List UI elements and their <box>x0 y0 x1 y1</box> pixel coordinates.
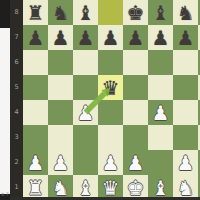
square-b5[interactable] <box>48 75 73 100</box>
square-e4[interactable] <box>123 100 148 125</box>
piece-black-pawn: ♟ <box>148 25 173 50</box>
piece-black-pawn: ♟ <box>48 25 73 50</box>
square-h5[interactable] <box>198 75 200 100</box>
evaluation-score: 4.7 <box>1 192 9 197</box>
square-f8[interactable]: ♝ <box>148 0 173 25</box>
rank-label-2: 2 <box>10 150 23 175</box>
piece-black-king: ♚ <box>123 0 148 25</box>
square-d3[interactable] <box>98 125 123 150</box>
square-f4[interactable]: ♟ <box>148 100 173 125</box>
square-c5[interactable] <box>73 75 98 100</box>
piece-white-pawn: ♟ <box>148 100 173 125</box>
square-h3[interactable] <box>198 125 200 150</box>
piece-white-pawn: ♟ <box>123 150 148 175</box>
square-d6[interactable] <box>98 50 123 75</box>
rank-label-3: 3 <box>10 125 23 150</box>
square-d2[interactable]: ♟ <box>98 150 123 175</box>
piece-black-queen: ♛ <box>98 75 123 100</box>
square-e6[interactable] <box>123 50 148 75</box>
board-grid: ♜♞♝♚♝♞♟♟♟♟♟♟♟♛♟♟♟♟♟♟♟♜♞♝♛♚♝♞ <box>23 0 200 200</box>
piece-black-bishop: ♝ <box>73 0 98 25</box>
square-d5[interactable]: ♛ <box>98 75 123 100</box>
square-h7[interactable] <box>198 25 200 50</box>
square-h4[interactable] <box>198 100 200 125</box>
piece-white-pawn: ♟ <box>98 150 123 175</box>
square-f2[interactable] <box>148 150 173 175</box>
piece-black-pawn: ♟ <box>173 25 198 50</box>
square-g4[interactable] <box>173 100 198 125</box>
evaluation-bar-white-portion <box>0 28 10 194</box>
square-a5[interactable] <box>23 75 48 100</box>
square-e3[interactable] <box>123 125 148 150</box>
piece-white-pawn: ♟ <box>73 100 98 125</box>
square-d4[interactable] <box>98 100 123 125</box>
square-c7[interactable]: ♟ <box>73 25 98 50</box>
piece-black-pawn: ♟ <box>73 25 98 50</box>
square-e8[interactable]: ♚ <box>123 0 148 25</box>
square-b6[interactable] <box>48 50 73 75</box>
square-h6[interactable] <box>198 50 200 75</box>
square-c2[interactable] <box>73 150 98 175</box>
square-b4[interactable] <box>48 100 73 125</box>
square-b3[interactable] <box>48 125 73 150</box>
square-h2[interactable] <box>198 150 200 175</box>
square-b8[interactable]: ♞ <box>48 0 73 25</box>
rank-label-8: 8 <box>10 0 23 25</box>
evaluation-bar: 4.7 <box>0 0 10 200</box>
chess-board[interactable]: ♜♞♝♚♝♞♟♟♟♟♟♟♟♛♟♟♟♟♟♟♟♜♞♝♛♚♝♞ <box>23 0 200 200</box>
square-f7[interactable]: ♟ <box>148 25 173 50</box>
square-g5[interactable] <box>173 75 198 100</box>
square-g2[interactable]: ♟ <box>173 150 198 175</box>
piece-black-pawn: ♟ <box>98 25 123 50</box>
square-a6[interactable] <box>23 50 48 75</box>
square-e5[interactable] <box>123 75 148 100</box>
piece-black-pawn: ♟ <box>123 25 148 50</box>
square-a7[interactable]: ♟ <box>23 25 48 50</box>
square-g3[interactable] <box>173 125 198 150</box>
square-c8[interactable]: ♝ <box>73 0 98 25</box>
square-f6[interactable] <box>148 50 173 75</box>
rank-label-5: 5 <box>10 75 23 100</box>
piece-black-knight: ♞ <box>48 0 73 25</box>
square-e2[interactable]: ♟ <box>123 150 148 175</box>
square-a3[interactable] <box>23 125 48 150</box>
rank-label-column: 87654321 <box>10 0 23 200</box>
piece-black-rook: ♜ <box>23 0 48 25</box>
rank-label-6: 6 <box>10 50 23 75</box>
chess-app: 4.7 87654321 ♜♞♝♚♝♞♟♟♟♟♟♟♟♛♟♟♟♟♟♟♟♜♞♝♛♚♝… <box>0 0 200 200</box>
piece-black-knight: ♞ <box>173 0 198 25</box>
square-a4[interactable] <box>23 100 48 125</box>
square-c6[interactable] <box>73 50 98 75</box>
square-d7[interactable]: ♟ <box>98 25 123 50</box>
piece-white-pawn: ♟ <box>48 150 73 175</box>
square-d8[interactable] <box>98 0 123 25</box>
square-h8[interactable] <box>198 0 200 25</box>
square-g7[interactable]: ♟ <box>173 25 198 50</box>
board-bottom-edge <box>10 197 200 200</box>
square-a2[interactable]: ♟ <box>23 150 48 175</box>
square-a8[interactable]: ♜ <box>23 0 48 25</box>
piece-black-pawn: ♟ <box>23 25 48 50</box>
square-c3[interactable] <box>73 125 98 150</box>
square-f3[interactable] <box>148 125 173 150</box>
square-e7[interactable]: ♟ <box>123 25 148 50</box>
square-f5[interactable] <box>148 75 173 100</box>
square-b2[interactable]: ♟ <box>48 150 73 175</box>
rank-label-4: 4 <box>10 100 23 125</box>
piece-black-bishop: ♝ <box>148 0 173 25</box>
piece-white-pawn: ♟ <box>173 150 198 175</box>
square-g8[interactable]: ♞ <box>173 0 198 25</box>
square-c4[interactable]: ♟ <box>73 100 98 125</box>
square-b7[interactable]: ♟ <box>48 25 73 50</box>
rank-label-7: 7 <box>10 25 23 50</box>
piece-white-pawn: ♟ <box>23 150 48 175</box>
square-g6[interactable] <box>173 50 198 75</box>
